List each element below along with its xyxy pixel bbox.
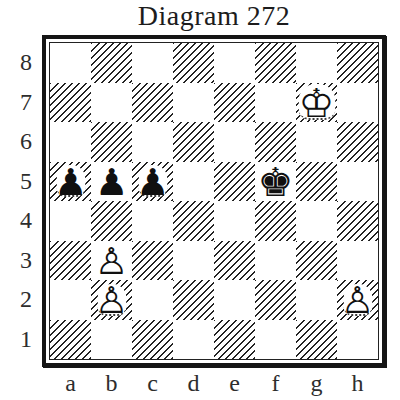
- square-f8: [255, 43, 296, 83]
- square-e8: [214, 43, 255, 83]
- square-a1: [50, 320, 91, 360]
- square-d5: [173, 162, 214, 202]
- file-label-a: a: [50, 368, 91, 398]
- square-b2: ♙: [91, 280, 132, 320]
- file-label-d: d: [173, 368, 214, 398]
- square-c6: [132, 122, 173, 162]
- square-g1: [296, 320, 337, 360]
- square-h7: [337, 83, 378, 123]
- square-f3: [255, 241, 296, 281]
- black-pawn-b5: ♟: [95, 163, 128, 202]
- white-pawn-b3: ♙: [95, 242, 128, 281]
- square-g6: [296, 122, 337, 162]
- square-d1: [173, 320, 214, 360]
- file-label-g: g: [296, 368, 337, 398]
- square-g5: [296, 162, 337, 202]
- black-king-f5: ♚: [258, 163, 294, 202]
- square-d3: [173, 241, 214, 281]
- black-pawn-c5: ♟: [136, 163, 169, 202]
- square-h6: [337, 122, 378, 162]
- rank-label-3: 3: [14, 241, 38, 281]
- black-pawn-a5: ♟: [54, 163, 87, 202]
- file-label-c: c: [132, 368, 173, 398]
- square-g2: [296, 280, 337, 320]
- square-f5: ♚: [255, 162, 296, 202]
- square-f7: [255, 83, 296, 123]
- file-label-h: h: [337, 368, 378, 398]
- square-c5: ♟: [132, 162, 173, 202]
- file-label-f: f: [255, 368, 296, 398]
- square-h3: [337, 241, 378, 281]
- square-b6: [91, 122, 132, 162]
- file-label-e: e: [214, 368, 255, 398]
- square-a3: [50, 241, 91, 281]
- square-f1: [255, 320, 296, 360]
- diagram-title: Diagram 272: [42, 0, 386, 32]
- square-b1: [91, 320, 132, 360]
- square-c1: [132, 320, 173, 360]
- square-g3: [296, 241, 337, 281]
- square-c4: [132, 201, 173, 241]
- square-h5: [337, 162, 378, 202]
- square-c3: [132, 241, 173, 281]
- square-a4: [50, 201, 91, 241]
- white-pawn-h2: ♙: [341, 281, 374, 320]
- square-d7: [173, 83, 214, 123]
- rank-label-1: 1: [14, 320, 38, 360]
- square-a5: ♟: [50, 162, 91, 202]
- square-h2: ♙: [337, 280, 378, 320]
- rank-labels: 87654321: [14, 43, 38, 359]
- diagram-page: Diagram 272 87654321 ♔♟♟♟♚♙♙♙ abcdefgh: [0, 0, 400, 400]
- square-d6: [173, 122, 214, 162]
- square-h4: [337, 201, 378, 241]
- square-f2: [255, 280, 296, 320]
- square-f6: [255, 122, 296, 162]
- rank-label-7: 7: [14, 83, 38, 123]
- square-a8: [50, 43, 91, 83]
- square-e4: [214, 201, 255, 241]
- square-g4: [296, 201, 337, 241]
- square-c7: [132, 83, 173, 123]
- square-d4: [173, 201, 214, 241]
- square-c2: [132, 280, 173, 320]
- square-d2: [173, 280, 214, 320]
- rank-label-4: 4: [14, 201, 38, 241]
- square-e1: [214, 320, 255, 360]
- rank-label-5: 5: [14, 162, 38, 202]
- square-b3: ♙: [91, 241, 132, 281]
- board-squares: ♔♟♟♟♚♙♙♙: [49, 42, 379, 360]
- square-e5: [214, 162, 255, 202]
- square-e6: [214, 122, 255, 162]
- file-label-b: b: [91, 368, 132, 398]
- square-e3: [214, 241, 255, 281]
- square-b7: [91, 83, 132, 123]
- chess-board: ♔♟♟♟♚♙♙♙: [42, 35, 386, 367]
- square-b4: [91, 201, 132, 241]
- file-labels: abcdefgh: [50, 368, 378, 398]
- square-g7: ♔: [296, 83, 337, 123]
- square-b8: [91, 43, 132, 83]
- square-b5: ♟: [91, 162, 132, 202]
- white-pawn-b2: ♙: [95, 281, 128, 320]
- square-a2: [50, 280, 91, 320]
- square-a6: [50, 122, 91, 162]
- square-h1: [337, 320, 378, 360]
- square-e2: [214, 280, 255, 320]
- square-e7: [214, 83, 255, 123]
- square-h8: [337, 43, 378, 83]
- square-a7: [50, 83, 91, 123]
- rank-label-8: 8: [14, 43, 38, 83]
- rank-label-6: 6: [14, 122, 38, 162]
- square-g8: [296, 43, 337, 83]
- square-d8: [173, 43, 214, 83]
- rank-label-2: 2: [14, 280, 38, 320]
- white-king-g7: ♔: [299, 84, 335, 123]
- square-c8: [132, 43, 173, 83]
- square-f4: [255, 201, 296, 241]
